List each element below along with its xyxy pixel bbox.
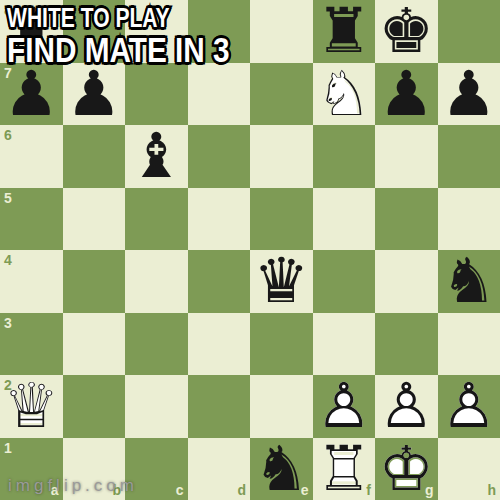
- square-e2[interactable]: [250, 375, 313, 438]
- square-g6[interactable]: [375, 125, 438, 188]
- black-knight-e1: ♞: [250, 438, 313, 500]
- piece-glyph-solid: ♜: [0, 0, 63, 63]
- square-h6[interactable]: [438, 125, 500, 188]
- black-king-g8: ♚: [375, 0, 438, 63]
- square-a8[interactable]: 8♜: [0, 0, 63, 63]
- square-b3[interactable]: [63, 313, 126, 376]
- square-a4[interactable]: 4: [0, 250, 63, 313]
- white-pawn-g2: ♟♙: [375, 375, 438, 438]
- chess-puzzle-meme: 8♜♜♚7♟♟♞♘♟♟6♝54♛♞32♛♕♟♙♟♙♟♙1abcde♞f♜♖g♚♔…: [0, 0, 500, 500]
- white-pawn-h2: ♟♙: [438, 375, 500, 438]
- square-f8[interactable]: ♜: [313, 0, 376, 63]
- piece-glyph-solid: ♚: [375, 0, 438, 63]
- black-bishop-c6: ♝: [125, 125, 188, 188]
- square-c4[interactable]: [125, 250, 188, 313]
- piece-glyph-solid: ♟: [63, 63, 126, 126]
- black-knight-h4: ♞: [438, 250, 500, 313]
- piece-glyph-outline: ♕: [0, 375, 63, 438]
- square-e3[interactable]: [250, 313, 313, 376]
- square-f2[interactable]: ♟♙: [313, 375, 376, 438]
- rank-label-5: 5: [4, 191, 12, 205]
- square-f1[interactable]: f♜♖: [313, 438, 376, 500]
- black-pawn-b7: ♟: [63, 63, 126, 126]
- white-queen-a2: ♛♕: [0, 375, 63, 438]
- square-a5[interactable]: 5: [0, 188, 63, 251]
- black-pawn-g7: ♟: [375, 63, 438, 126]
- imgflip-watermark: imgflip.com: [8, 476, 138, 496]
- square-f3[interactable]: [313, 313, 376, 376]
- square-f4[interactable]: [313, 250, 376, 313]
- square-h5[interactable]: [438, 188, 500, 251]
- black-rook-f8: ♜: [313, 0, 376, 63]
- rank-label-3: 3: [4, 316, 12, 330]
- black-rook-a8: ♜: [0, 0, 63, 63]
- piece-glyph-outline: ♖: [313, 438, 376, 500]
- square-e8[interactable]: [250, 0, 313, 63]
- square-e4[interactable]: ♛: [250, 250, 313, 313]
- piece-glyph-solid: ♞: [438, 250, 500, 313]
- square-b2[interactable]: [63, 375, 126, 438]
- white-knight-f7: ♞♘: [313, 63, 376, 126]
- square-g7[interactable]: ♟: [375, 63, 438, 126]
- square-g8[interactable]: ♚: [375, 0, 438, 63]
- square-f7[interactable]: ♞♘: [313, 63, 376, 126]
- square-h2[interactable]: ♟♙: [438, 375, 500, 438]
- square-g1[interactable]: g♚♔: [375, 438, 438, 500]
- white-rook-f1: ♜♖: [313, 438, 376, 500]
- square-d3[interactable]: [188, 313, 251, 376]
- square-h4[interactable]: ♞: [438, 250, 500, 313]
- piece-glyph-solid: ♛: [250, 250, 313, 313]
- square-h7[interactable]: ♟: [438, 63, 500, 126]
- rank-label-6: 6: [4, 128, 12, 142]
- square-e5[interactable]: [250, 188, 313, 251]
- rank-label-4: 4: [4, 253, 12, 267]
- black-queen-e4: ♛: [250, 250, 313, 313]
- square-h8[interactable]: [438, 0, 500, 63]
- square-b4[interactable]: [63, 250, 126, 313]
- square-b5[interactable]: [63, 188, 126, 251]
- square-e1[interactable]: e♞: [250, 438, 313, 500]
- square-c5[interactable]: [125, 188, 188, 251]
- chess-board: 8♜♜♚7♟♟♞♘♟♟6♝54♛♞32♛♕♟♙♟♙♟♙1abcde♞f♜♖g♚♔…: [0, 0, 500, 500]
- square-d4[interactable]: [188, 250, 251, 313]
- square-h3[interactable]: [438, 313, 500, 376]
- file-label-c: c: [176, 483, 184, 497]
- square-d8[interactable]: [188, 0, 251, 63]
- piece-glyph-outline: ♘: [313, 63, 376, 126]
- piece-glyph-outline: ♙: [438, 375, 500, 438]
- white-pawn-f2: ♟♙: [313, 375, 376, 438]
- square-d6[interactable]: [188, 125, 251, 188]
- piece-glyph-solid: ♝: [125, 125, 188, 188]
- square-f5[interactable]: [313, 188, 376, 251]
- square-h1[interactable]: h: [438, 438, 500, 500]
- square-e7[interactable]: [250, 63, 313, 126]
- square-d7[interactable]: [188, 63, 251, 126]
- square-c6[interactable]: ♝: [125, 125, 188, 188]
- square-c2[interactable]: [125, 375, 188, 438]
- square-g2[interactable]: ♟♙: [375, 375, 438, 438]
- square-d1[interactable]: d: [188, 438, 251, 500]
- piece-glyph-outline: ♔: [375, 438, 438, 500]
- square-b6[interactable]: [63, 125, 126, 188]
- square-a2[interactable]: 2♛♕: [0, 375, 63, 438]
- square-a6[interactable]: 6: [0, 125, 63, 188]
- square-d2[interactable]: [188, 375, 251, 438]
- piece-glyph-solid: ♞: [250, 438, 313, 500]
- black-pawn-h7: ♟: [438, 63, 500, 126]
- file-label-d: d: [237, 483, 246, 497]
- piece-glyph-solid: ♜: [313, 0, 376, 63]
- square-g3[interactable]: [375, 313, 438, 376]
- piece-glyph-solid: ♟: [438, 63, 500, 126]
- square-c7[interactable]: [125, 63, 188, 126]
- square-f6[interactable]: [313, 125, 376, 188]
- square-a7[interactable]: 7♟: [0, 63, 63, 126]
- square-g4[interactable]: [375, 250, 438, 313]
- piece-glyph-solid: ♟: [375, 63, 438, 126]
- rank-label-1: 1: [4, 441, 12, 455]
- square-g5[interactable]: [375, 188, 438, 251]
- square-c3[interactable]: [125, 313, 188, 376]
- square-d5[interactable]: [188, 188, 251, 251]
- square-c8[interactable]: [125, 0, 188, 63]
- square-a3[interactable]: 3: [0, 313, 63, 376]
- file-label-h: h: [487, 483, 496, 497]
- piece-glyph-outline: ♙: [313, 375, 376, 438]
- black-pawn-a7: ♟: [0, 63, 63, 126]
- piece-glyph-solid: ♟: [0, 63, 63, 126]
- square-b8[interactable]: [63, 0, 126, 63]
- square-b7[interactable]: ♟: [63, 63, 126, 126]
- white-king-g1: ♚♔: [375, 438, 438, 500]
- piece-glyph-outline: ♙: [375, 375, 438, 438]
- square-e6[interactable]: [250, 125, 313, 188]
